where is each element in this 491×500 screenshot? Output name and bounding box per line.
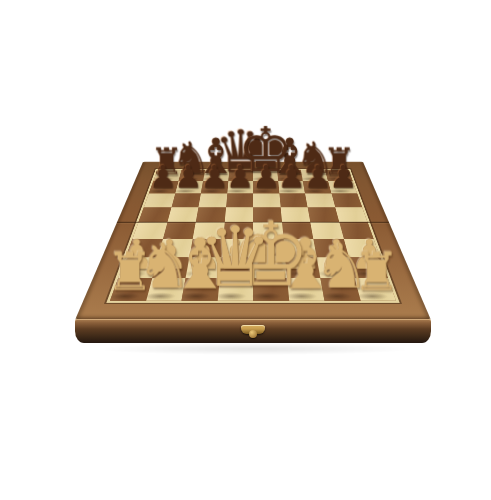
black-pawn[interactable]: ♟ bbox=[148, 162, 176, 191]
chessboard: ♜♞♝♛♚♝♞♜♟♟♟♟♟♟♟♟♟♟♟♟♟♟♟♟♜♞♝♛♚♝♞♜ bbox=[75, 162, 431, 320]
ground-shadow bbox=[95, 343, 415, 355]
square-g5[interactable] bbox=[308, 207, 339, 222]
playfield: ♜♞♝♛♚♝♞♜♟♟♟♟♟♟♟♟♟♟♟♟♟♟♟♟♜♞♝♛♚♝♞♜ bbox=[106, 169, 399, 303]
black-pawn[interactable]: ♟ bbox=[329, 162, 357, 191]
black-pawn[interactable]: ♟ bbox=[278, 162, 306, 191]
white-knight[interactable]: ♞ bbox=[313, 239, 369, 296]
product-photo-scene: ♜♞♝♛♚♝♞♜♟♟♟♟♟♟♟♟♟♟♟♟♟♟♟♟♜♞♝♛♚♝♞♜ bbox=[0, 0, 491, 500]
black-pawn[interactable]: ♟ bbox=[303, 162, 331, 191]
square-b1[interactable]: ♞ bbox=[146, 278, 186, 301]
square-h6[interactable] bbox=[331, 194, 362, 208]
black-pawn[interactable]: ♟ bbox=[174, 162, 202, 191]
square-h7[interactable]: ♟ bbox=[328, 181, 357, 193]
square-e7[interactable]: ♟ bbox=[253, 181, 279, 193]
square-f7[interactable]: ♟ bbox=[278, 181, 305, 193]
board-grid: ♜♞♝♛♚♝♞♜♟♟♟♟♟♟♟♟♟♟♟♟♟♟♟♟♜♞♝♛♚♝♞♜ bbox=[110, 170, 396, 301]
box-front-edge bbox=[75, 319, 431, 343]
square-d1[interactable]: ♛ bbox=[217, 278, 253, 301]
square-c6[interactable] bbox=[198, 194, 227, 208]
white-knight[interactable]: ♞ bbox=[137, 239, 193, 296]
board-frame: ♜♞♝♛♚♝♞♜♟♟♟♟♟♟♟♟♟♟♟♟♟♟♟♟♜♞♝♛♚♝♞♜ bbox=[75, 162, 431, 320]
black-pawn[interactable]: ♟ bbox=[200, 162, 228, 191]
square-h5[interactable] bbox=[335, 207, 368, 222]
square-b6[interactable] bbox=[171, 194, 201, 208]
square-d7[interactable]: ♟ bbox=[227, 181, 253, 193]
white-queen[interactable]: ♛ bbox=[198, 220, 272, 296]
brass-latch-icon bbox=[241, 325, 265, 334]
square-g1[interactable]: ♞ bbox=[320, 278, 360, 301]
black-pawn[interactable]: ♟ bbox=[226, 162, 254, 191]
square-c7[interactable]: ♟ bbox=[201, 181, 228, 193]
square-b5[interactable] bbox=[167, 207, 198, 222]
black-pawn[interactable]: ♟ bbox=[252, 162, 280, 191]
square-a6[interactable] bbox=[144, 194, 175, 208]
square-a5[interactable] bbox=[138, 207, 171, 222]
square-g7[interactable]: ♟ bbox=[303, 181, 331, 193]
